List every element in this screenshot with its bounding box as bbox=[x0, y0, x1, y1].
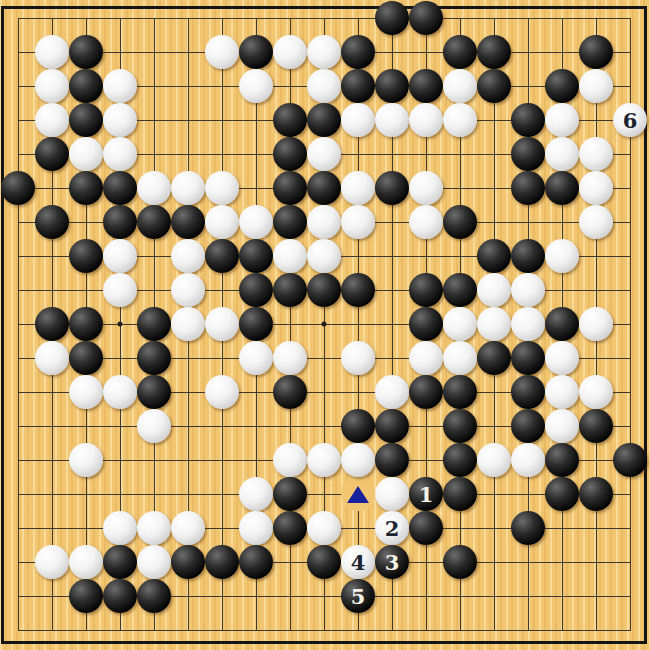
white-stone bbox=[307, 69, 341, 103]
white-stone bbox=[69, 375, 103, 409]
move-number-label: 6 bbox=[623, 110, 638, 131]
white-stone bbox=[477, 307, 511, 341]
black-stone bbox=[69, 35, 103, 69]
white-stone bbox=[103, 375, 137, 409]
white-stone bbox=[579, 69, 613, 103]
black-stone bbox=[443, 477, 477, 511]
black-stone bbox=[137, 307, 171, 341]
black-stone bbox=[443, 273, 477, 307]
white-stone bbox=[307, 137, 341, 171]
white-stone bbox=[307, 205, 341, 239]
white-stone bbox=[205, 375, 239, 409]
move-number-label: 4 bbox=[351, 552, 366, 573]
black-stone bbox=[273, 137, 307, 171]
white-stone bbox=[409, 205, 443, 239]
black-stone bbox=[307, 103, 341, 137]
white-stone bbox=[545, 375, 579, 409]
black-stone bbox=[409, 511, 443, 545]
white-stone bbox=[69, 545, 103, 579]
black-stone bbox=[443, 545, 477, 579]
white-stone bbox=[205, 171, 239, 205]
black-stone bbox=[307, 273, 341, 307]
white-stone bbox=[409, 171, 443, 205]
black-stone bbox=[1, 171, 35, 205]
white-stone bbox=[579, 137, 613, 171]
black-stone bbox=[103, 545, 137, 579]
black-stone bbox=[273, 171, 307, 205]
black-stone bbox=[137, 341, 171, 375]
white-stone bbox=[307, 511, 341, 545]
white-stone bbox=[103, 511, 137, 545]
white-stone bbox=[137, 511, 171, 545]
black-stone bbox=[103, 171, 137, 205]
white-stone bbox=[341, 171, 375, 205]
white-stone bbox=[205, 205, 239, 239]
black-stone bbox=[443, 443, 477, 477]
white-stone bbox=[443, 341, 477, 375]
black-stone bbox=[443, 409, 477, 443]
black-stone bbox=[69, 171, 103, 205]
black-stone bbox=[171, 205, 205, 239]
white-stone bbox=[35, 103, 69, 137]
black-stone bbox=[477, 239, 511, 273]
white-stone bbox=[375, 477, 409, 511]
white-stone bbox=[273, 443, 307, 477]
black-stone bbox=[511, 375, 545, 409]
move-number-label: 2 bbox=[385, 518, 400, 539]
black-stone bbox=[273, 511, 307, 545]
move-number-label: 1 bbox=[419, 484, 434, 505]
black-stone bbox=[511, 341, 545, 375]
black-stone bbox=[239, 239, 273, 273]
black-stone bbox=[375, 171, 409, 205]
white-stone bbox=[545, 137, 579, 171]
white-stone bbox=[239, 69, 273, 103]
black-stone bbox=[273, 375, 307, 409]
black-stone bbox=[69, 341, 103, 375]
white-stone bbox=[239, 477, 273, 511]
black-stone bbox=[443, 205, 477, 239]
black-stone bbox=[273, 273, 307, 307]
black-stone bbox=[511, 103, 545, 137]
white-stone bbox=[443, 103, 477, 137]
black-stone: 5 bbox=[341, 579, 375, 613]
black-stone bbox=[35, 137, 69, 171]
white-stone bbox=[35, 69, 69, 103]
white-stone bbox=[443, 69, 477, 103]
white-stone bbox=[307, 35, 341, 69]
black-stone bbox=[341, 35, 375, 69]
white-stone bbox=[579, 205, 613, 239]
white-stone: 6 bbox=[613, 103, 647, 137]
star-point bbox=[322, 322, 327, 327]
white-stone bbox=[171, 511, 205, 545]
white-stone bbox=[375, 103, 409, 137]
white-stone bbox=[341, 341, 375, 375]
white-stone bbox=[307, 239, 341, 273]
black-stone: 1 bbox=[409, 477, 443, 511]
white-stone bbox=[35, 341, 69, 375]
black-stone bbox=[35, 205, 69, 239]
black-stone bbox=[69, 579, 103, 613]
black-stone bbox=[511, 171, 545, 205]
black-stone bbox=[239, 273, 273, 307]
black-stone bbox=[579, 477, 613, 511]
black-stone bbox=[409, 375, 443, 409]
black-stone bbox=[477, 35, 511, 69]
move-number-label: 5 bbox=[351, 586, 366, 607]
white-stone bbox=[341, 443, 375, 477]
black-stone bbox=[477, 341, 511, 375]
white-stone bbox=[579, 307, 613, 341]
black-stone bbox=[341, 409, 375, 443]
white-stone bbox=[35, 545, 69, 579]
white-stone bbox=[103, 69, 137, 103]
black-stone bbox=[273, 103, 307, 137]
black-stone bbox=[239, 307, 273, 341]
black-stone bbox=[273, 477, 307, 511]
black-stone bbox=[307, 171, 341, 205]
black-stone bbox=[613, 443, 647, 477]
triangle-icon bbox=[347, 486, 369, 503]
white-stone bbox=[409, 341, 443, 375]
black-stone bbox=[273, 205, 307, 239]
star-point bbox=[118, 322, 123, 327]
black-stone bbox=[239, 545, 273, 579]
white-stone bbox=[205, 307, 239, 341]
black-stone bbox=[137, 579, 171, 613]
black-stone bbox=[409, 273, 443, 307]
black-stone bbox=[409, 69, 443, 103]
black-stone bbox=[171, 545, 205, 579]
black-stone bbox=[35, 307, 69, 341]
black-stone bbox=[307, 545, 341, 579]
white-stone bbox=[477, 273, 511, 307]
black-stone bbox=[375, 443, 409, 477]
black-stone bbox=[545, 69, 579, 103]
white-stone bbox=[273, 239, 307, 273]
black-stone bbox=[545, 171, 579, 205]
black-stone bbox=[341, 273, 375, 307]
move-number-label: 3 bbox=[385, 552, 400, 573]
white-stone bbox=[171, 171, 205, 205]
black-stone bbox=[579, 35, 613, 69]
black-stone bbox=[375, 1, 409, 35]
black-stone bbox=[511, 409, 545, 443]
grid-line-horizontal bbox=[18, 630, 631, 631]
white-stone bbox=[239, 341, 273, 375]
black-stone bbox=[341, 69, 375, 103]
black-stone bbox=[69, 69, 103, 103]
white-stone bbox=[239, 205, 273, 239]
triangle-marker bbox=[341, 477, 375, 511]
white-stone bbox=[579, 171, 613, 205]
black-stone bbox=[137, 375, 171, 409]
white-stone bbox=[443, 307, 477, 341]
black-stone bbox=[443, 375, 477, 409]
white-stone bbox=[137, 171, 171, 205]
white-stone bbox=[103, 103, 137, 137]
white-stone bbox=[273, 341, 307, 375]
white-stone bbox=[511, 443, 545, 477]
black-stone bbox=[511, 137, 545, 171]
white-stone bbox=[511, 307, 545, 341]
white-stone bbox=[307, 443, 341, 477]
white-stone bbox=[103, 239, 137, 273]
white-stone bbox=[273, 35, 307, 69]
black-stone bbox=[511, 511, 545, 545]
go-board[interactable]: 612435 bbox=[0, 0, 650, 650]
grid-line-horizontal bbox=[18, 494, 631, 495]
white-stone bbox=[103, 273, 137, 307]
white-stone bbox=[545, 409, 579, 443]
white-stone bbox=[205, 35, 239, 69]
white-stone: 2 bbox=[375, 511, 409, 545]
white-stone bbox=[477, 443, 511, 477]
black-stone bbox=[443, 35, 477, 69]
black-stone bbox=[375, 409, 409, 443]
black-stone bbox=[69, 239, 103, 273]
white-stone bbox=[69, 137, 103, 171]
black-stone bbox=[375, 69, 409, 103]
black-stone bbox=[137, 205, 171, 239]
white-stone bbox=[545, 239, 579, 273]
white-stone bbox=[375, 375, 409, 409]
black-stone bbox=[205, 239, 239, 273]
black-stone bbox=[545, 443, 579, 477]
black-stone bbox=[477, 69, 511, 103]
black-stone bbox=[103, 579, 137, 613]
white-stone bbox=[341, 205, 375, 239]
white-stone bbox=[103, 137, 137, 171]
white-stone bbox=[545, 103, 579, 137]
black-stone bbox=[545, 307, 579, 341]
white-stone bbox=[137, 545, 171, 579]
black-stone bbox=[545, 477, 579, 511]
white-stone bbox=[579, 375, 613, 409]
white-stone bbox=[511, 273, 545, 307]
white-stone bbox=[409, 103, 443, 137]
white-stone bbox=[171, 273, 205, 307]
black-stone bbox=[409, 307, 443, 341]
black-stone bbox=[205, 545, 239, 579]
black-stone bbox=[579, 409, 613, 443]
black-stone bbox=[409, 1, 443, 35]
black-stone bbox=[69, 307, 103, 341]
white-stone bbox=[171, 307, 205, 341]
white-stone bbox=[341, 103, 375, 137]
white-stone bbox=[137, 409, 171, 443]
black-stone bbox=[511, 239, 545, 273]
white-stone: 4 bbox=[341, 545, 375, 579]
black-stone bbox=[69, 103, 103, 137]
white-stone bbox=[239, 511, 273, 545]
white-stone bbox=[545, 341, 579, 375]
black-stone bbox=[239, 35, 273, 69]
white-stone bbox=[69, 443, 103, 477]
black-stone: 3 bbox=[375, 545, 409, 579]
white-stone bbox=[171, 239, 205, 273]
white-stone bbox=[35, 35, 69, 69]
black-stone bbox=[103, 205, 137, 239]
